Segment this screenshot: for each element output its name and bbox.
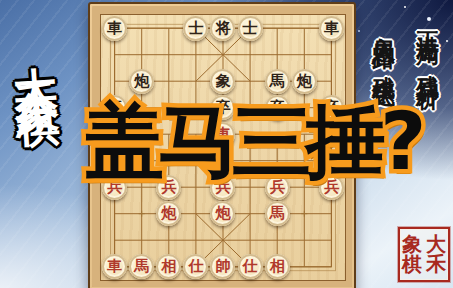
piece-red-炮[interactable]: 炮 xyxy=(156,201,181,226)
piece-black-馬[interactable]: 馬 xyxy=(265,69,290,94)
seal-column-left: 象 棋 xyxy=(400,235,424,274)
main-title-text: 盖马三捶? xyxy=(84,98,420,186)
piece-black-車[interactable]: 車 xyxy=(319,16,344,41)
seal-char: 象 xyxy=(402,235,422,255)
thumbnail-stage: 車士将士車炮象馬炮卒卒卒卒馬車兵兵兵兵兵炮炮馬車馬相仕帥仕相 正港布局 残局分析… xyxy=(0,0,453,288)
seal-column-right: 大 禾 xyxy=(424,235,448,274)
piece-black-炮[interactable]: 炮 xyxy=(292,69,317,94)
piece-red-炮[interactable]: 炮 xyxy=(210,201,235,226)
piece-red-帥[interactable]: 帥 xyxy=(210,254,235,279)
piece-red-相[interactable]: 相 xyxy=(156,254,181,279)
piece-black-象[interactable]: 象 xyxy=(210,69,235,94)
piece-black-士[interactable]: 士 xyxy=(238,16,263,41)
piece-red-馬[interactable]: 馬 xyxy=(265,201,290,226)
piece-red-仕[interactable]: 仕 xyxy=(238,254,263,279)
seal-char: 禾 xyxy=(426,255,446,275)
piece-black-士[interactable]: 士 xyxy=(183,16,208,41)
caption-game-ideas: 入局思路 残棋定式 xyxy=(372,19,395,69)
piece-black-炮[interactable]: 炮 xyxy=(129,69,154,94)
seal-char: 棋 xyxy=(402,255,422,275)
caption-opening-analysis: 正港布局 残局分析 xyxy=(416,13,439,72)
channel-seal: 大 禾 象 棋 xyxy=(398,227,450,282)
piece-red-馬[interactable]: 馬 xyxy=(129,254,154,279)
piece-black-車[interactable]: 車 xyxy=(102,16,127,41)
main-title: 盖马三捶? 盖马三捶? xyxy=(84,98,453,194)
piece-red-相[interactable]: 相 xyxy=(265,254,290,279)
piece-red-仕[interactable]: 仕 xyxy=(183,254,208,279)
piece-black-将[interactable]: 将 xyxy=(210,16,235,41)
piece-red-車[interactable]: 車 xyxy=(102,254,127,279)
seal-char: 大 xyxy=(426,235,446,255)
